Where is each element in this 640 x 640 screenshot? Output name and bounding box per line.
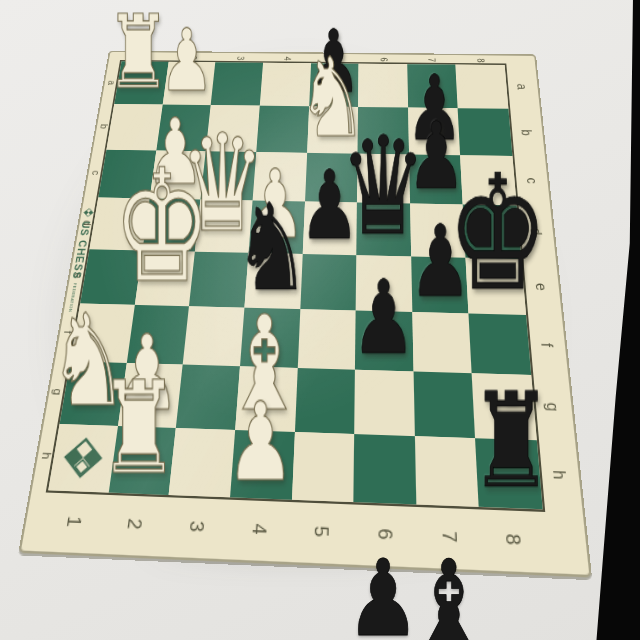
square-c7: ♟: [409, 154, 463, 204]
square-b5: ♞: [307, 107, 358, 154]
square-a8: [456, 65, 509, 110]
square-c4: [252, 152, 306, 202]
photo-stage: ♜♟♟♞♟♟♟♛♟♟♛♚♞♟♚♟♞♟♝♜♟♜ 12345678 12345678…: [0, 0, 640, 640]
board-grid: ♜♟♟♞♟♟♟♛♟♟♛♚♞♟♚♟♞♟♝♜♟♜: [48, 61, 542, 509]
square-a3: [211, 62, 263, 106]
square-d8: [463, 205, 521, 259]
square-c3: [201, 151, 256, 200]
square-g8: [472, 373, 537, 439]
square-a6: [358, 64, 408, 108]
square-g4: ♝: [235, 367, 297, 432]
square-g2: ♟: [118, 363, 183, 427]
square-e8: ♚: [466, 257, 526, 315]
square-b4: [256, 106, 309, 153]
square-g3: [176, 365, 240, 430]
square-e7: ♟: [411, 256, 469, 313]
square-c5: [305, 153, 358, 203]
square-b2: [156, 105, 211, 151]
square-a7: [407, 64, 458, 108]
square-a1: ♜: [114, 61, 168, 104]
file-label: c: [512, 156, 550, 206]
square-g1: ♞: [60, 361, 127, 425]
square-d1: [90, 198, 150, 250]
square-f7: [412, 312, 472, 374]
square-f6: ♟: [355, 310, 413, 371]
rank-label: 8: [455, 55, 504, 65]
square-g6: [354, 370, 414, 436]
square-f5: [297, 309, 356, 370]
square-h5: [291, 432, 354, 502]
file-label: b: [508, 109, 545, 156]
rank-label: 2: [168, 53, 216, 63]
square-h7: [415, 436, 479, 507]
file-label: g: [531, 375, 575, 441]
square-e5: [300, 254, 357, 311]
rank-label: 5: [311, 54, 359, 64]
rank-label: 4: [263, 53, 311, 63]
square-f4: [240, 308, 300, 369]
chess-board: ♜♟♟♞♟♟♟♛♟♟♛♚♞♟♚♟♞♟♝♜♟♜ 12345678 12345678…: [18, 51, 592, 578]
square-b6: [358, 107, 409, 154]
square-h2: ♜: [108, 426, 176, 495]
rank-label: 6: [359, 54, 407, 64]
captured-black-bishop: ♝: [408, 545, 490, 640]
square-g7: [413, 372, 475, 438]
file-label: d: [517, 206, 556, 260]
square-b8: [458, 109, 512, 156]
square-d6: ♛: [356, 203, 411, 256]
rank-label: 3: [162, 495, 230, 559]
square-f8: [469, 313, 531, 375]
square-h1: [48, 424, 117, 493]
file-label: f: [526, 315, 568, 376]
us-chess-corner-logo: [59, 435, 107, 480]
square-d2: [142, 199, 201, 252]
square-a2: ♟: [162, 62, 215, 106]
rank-label: 1: [38, 490, 108, 554]
rank-label: 2: [100, 493, 169, 557]
square-g5: [294, 368, 355, 433]
rank-label: 1: [122, 52, 170, 62]
square-c1: [98, 150, 156, 199]
file-label: e: [521, 258, 562, 315]
file-label: h: [537, 440, 583, 511]
file-label: a: [505, 65, 540, 109]
square-e3: [189, 251, 248, 307]
square-e4: ♞: [244, 252, 302, 309]
square-b7: ♟: [408, 108, 461, 155]
piece-white-pawn-h4: ♟: [226, 389, 295, 498]
square-a4: [260, 63, 311, 107]
square-d4: ♟: [249, 201, 305, 254]
square-f2: [126, 305, 189, 365]
square-h8: ♜: [475, 438, 542, 510]
square-c2: ♟: [149, 150, 206, 199]
square-h4: ♟: [230, 430, 295, 500]
square-b1: [106, 104, 162, 150]
square-a5: ♟: [309, 63, 359, 107]
square-c8: [460, 155, 516, 205]
rank-label: 4: [225, 497, 291, 562]
square-b3: [206, 105, 260, 151]
rank-label: 5: [289, 500, 354, 565]
square-e2: ♚: [135, 250, 196, 306]
square-h6: [353, 434, 416, 505]
rank-label: 3: [215, 53, 263, 63]
square-c6: [357, 153, 410, 203]
us-chess-diamond-icon: [82, 207, 95, 218]
square-d5: ♟: [302, 202, 357, 255]
square-f3: [183, 306, 244, 366]
rank-label: 7: [407, 55, 456, 65]
square-d7: [410, 204, 466, 258]
square-d3: ♛: [195, 200, 252, 253]
square-e6: [356, 255, 412, 312]
square-h3: [169, 428, 235, 498]
